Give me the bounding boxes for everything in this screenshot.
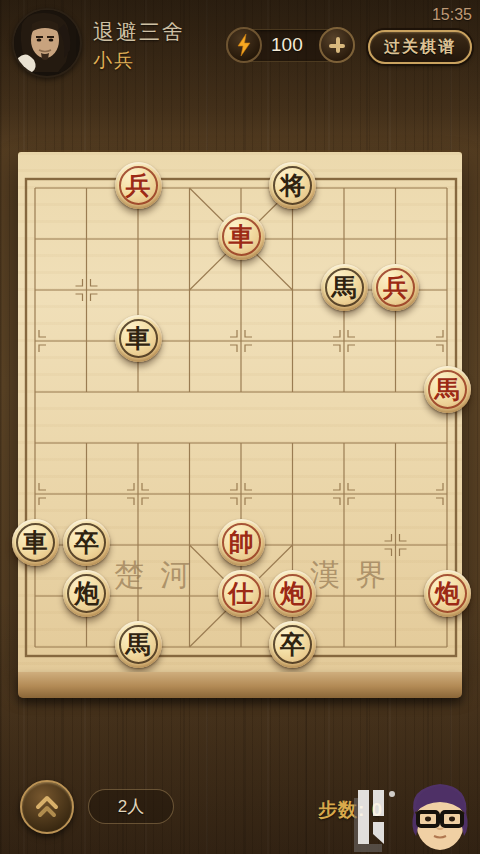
piece-black-卒[interactable]: 卒 [269,621,316,668]
opponent-avatar-image [404,778,476,854]
piece-glyph: 車 [126,326,151,351]
piece-red-兵[interactable]: 兵 [115,162,162,209]
piece-glyph: 馬 [435,377,460,402]
piece-red-炮[interactable]: 炮 [424,570,471,617]
energy-bar: 100 [226,29,355,62]
piece-glyph: 炮 [280,581,305,606]
piece-red-帥[interactable]: 帥 [218,519,265,566]
piece-glyph: 炮 [74,581,99,606]
piece-black-馬[interactable]: 馬 [321,264,368,311]
piece-glyph: 車 [229,224,254,249]
add-energy-button[interactable] [319,27,355,63]
piece-black-炮[interactable]: 炮 [63,570,110,617]
piece-glyph: 将 [280,173,305,198]
level-records-label: 过关棋谱 [384,37,456,58]
chevron-up-icon [34,795,60,819]
board-front-edge [18,672,462,698]
player-avatar-image [14,10,76,72]
river-label-left: 楚河 [114,555,206,596]
level-records-button[interactable]: 过关棋谱 [368,30,472,64]
players-count-pill[interactable]: 2人 [88,789,174,824]
piece-black-卒[interactable]: 卒 [63,519,110,566]
player-rank: 小兵 [93,48,135,74]
piece-glyph: 兵 [126,173,151,198]
expand-menu-button[interactable] [20,780,74,834]
piece-glyph: 仕 [229,581,254,606]
player-name: 退避三舍 [93,18,185,46]
xiangqi-board[interactable]: 楚河 漢界 兵将車馬兵車馬車卒帥炮仕炮炮馬卒 [18,152,462,672]
piece-glyph: 兵 [383,275,408,300]
piece-glyph: 帥 [229,530,254,555]
piece-red-兵[interactable]: 兵 [372,264,419,311]
piece-glyph: 卒 [74,530,99,555]
xiangqi-app-screen: { "game": "Chinese Chess (Xiangqi) level… [0,0,480,854]
piece-glyph: 炮 [435,581,460,606]
piece-glyph: 卒 [280,632,305,657]
recorder-watermark [348,782,412,854]
piece-glyph: 馬 [126,632,151,657]
piece-black-将[interactable]: 将 [269,162,316,209]
player-avatar[interactable] [12,8,82,78]
players-count-label: 2人 [118,795,144,818]
energy-bolt-icon [226,27,262,63]
piece-red-車[interactable]: 車 [218,213,265,260]
piece-black-車[interactable]: 車 [115,315,162,362]
piece-red-馬[interactable]: 馬 [424,366,471,413]
piece-glyph: 車 [23,530,48,555]
river-label-right: 漢界 [310,555,402,596]
piece-black-車[interactable]: 車 [12,519,59,566]
piece-glyph: 馬 [332,275,357,300]
energy-value: 100 [271,34,303,56]
opponent-avatar[interactable] [404,778,476,854]
piece-black-馬[interactable]: 馬 [115,621,162,668]
status-clock: 15:35 [432,6,472,24]
piece-red-仕[interactable]: 仕 [218,570,265,617]
piece-red-炮[interactable]: 炮 [269,570,316,617]
